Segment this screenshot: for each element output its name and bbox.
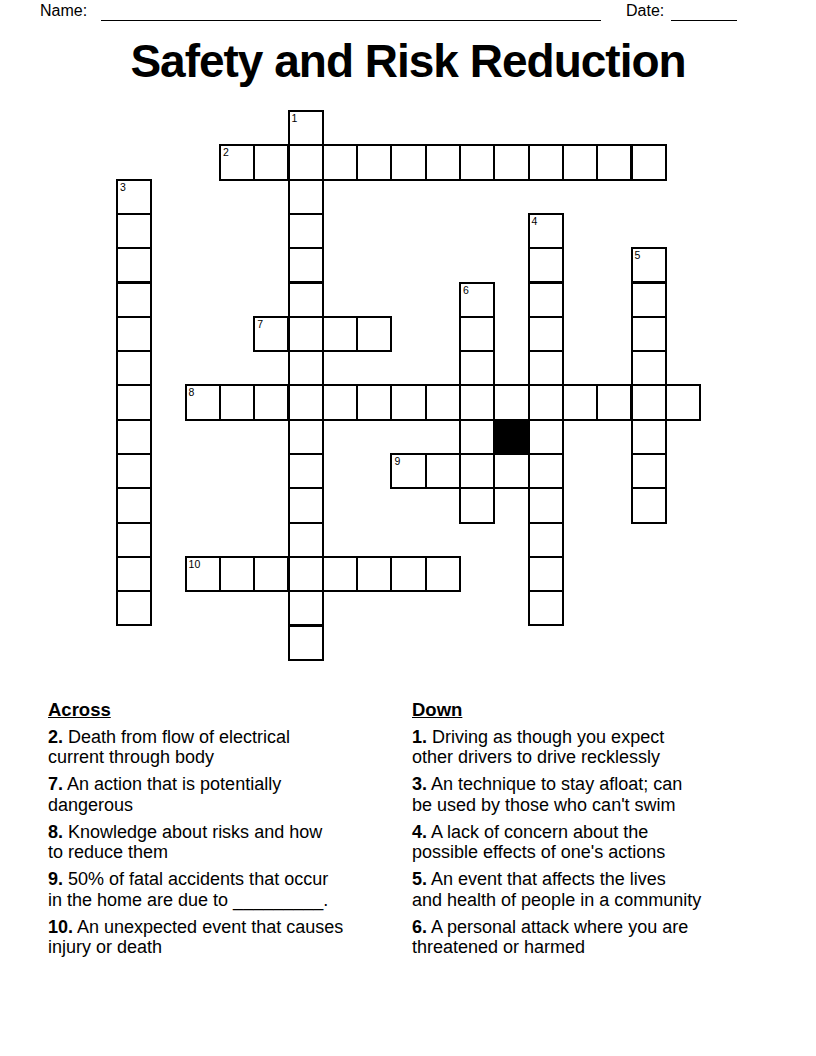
grid-cell[interactable] <box>288 487 324 523</box>
grid-cell[interactable] <box>425 556 461 592</box>
grid-cell[interactable] <box>356 556 392 592</box>
grid-cell[interactable] <box>288 625 324 661</box>
grid-cell[interactable] <box>116 316 152 352</box>
grid-cell[interactable]: 9 <box>390 453 426 489</box>
grid-cell[interactable] <box>116 556 152 592</box>
grid-cell[interactable] <box>116 419 152 455</box>
clue-item: 2. Death from flow of electrical current… <box>48 727 400 768</box>
grid-cell[interactable] <box>116 350 152 386</box>
grid-cell[interactable] <box>562 384 598 420</box>
grid-cell[interactable]: 10 <box>185 556 221 592</box>
clue-text: 50% of fatal accidents that occur in the… <box>48 869 328 910</box>
grid-cell[interactable] <box>288 282 324 318</box>
clue-text: An unexpected event that causes injury o… <box>48 917 343 958</box>
grid-cell[interactable] <box>528 350 564 386</box>
grid-cell[interactable] <box>459 316 495 352</box>
clue-item: 7. An action that is potentially dangero… <box>48 774 400 815</box>
grid-cell[interactable] <box>493 144 529 180</box>
clue-item: 10. An unexpected event that causes inju… <box>48 917 400 958</box>
clue-text: A lack of concern about the possible eff… <box>412 822 665 863</box>
grid-cell[interactable] <box>288 144 324 180</box>
grid-cell[interactable] <box>493 384 529 420</box>
grid-cell[interactable] <box>288 419 324 455</box>
clue-text: An event that affects the lives and heal… <box>412 869 701 910</box>
grid-cell[interactable] <box>288 522 324 558</box>
down-clues-column: Down 1. Driving as though you expect oth… <box>412 700 792 964</box>
grid-cell[interactable] <box>528 384 564 420</box>
grid-cell[interactable] <box>116 487 152 523</box>
grid-cell[interactable] <box>459 350 495 386</box>
cell-number: 3 <box>120 181 126 193</box>
grid-cell[interactable] <box>288 247 324 283</box>
clue-number: 6. <box>412 917 427 937</box>
cell-number: 2 <box>223 146 229 158</box>
grid-cell[interactable] <box>116 522 152 558</box>
grid-cell[interactable] <box>459 453 495 489</box>
grid-cell[interactable]: 4 <box>528 213 564 249</box>
grid-cell[interactable] <box>356 144 392 180</box>
grid-cell[interactable] <box>322 316 358 352</box>
grid-cell[interactable] <box>116 282 152 318</box>
grid-cell[interactable] <box>116 384 152 420</box>
grid-cell[interactable] <box>425 453 461 489</box>
grid-cell[interactable] <box>528 522 564 558</box>
grid-cell[interactable]: 2 <box>219 144 255 180</box>
cell-number: 6 <box>463 284 469 296</box>
clue-number: 3. <box>412 774 427 794</box>
cell-number: 5 <box>635 249 641 261</box>
grid-cell[interactable] <box>528 453 564 489</box>
clue-item: 1. Driving as though you expect other dr… <box>412 727 792 768</box>
cell-number: 10 <box>189 558 201 570</box>
grid-cell[interactable] <box>631 316 667 352</box>
grid-cell[interactable] <box>288 384 324 420</box>
clue-item: 3. An technique to stay afloat; can be u… <box>412 774 792 815</box>
clue-text: An action that is potentially dangerous <box>48 774 281 815</box>
grid-cell[interactable] <box>253 384 289 420</box>
name-blank-line[interactable] <box>101 19 601 21</box>
grid-cell[interactable] <box>631 384 667 420</box>
grid-cell[interactable]: 6 <box>459 282 495 318</box>
down-heading: Down <box>412 700 792 721</box>
clue-text: A personal attack where you are threaten… <box>412 917 688 958</box>
grid-cell[interactable] <box>459 419 495 455</box>
worksheet-page: Name: Date: Safety and Risk Reduction 12… <box>0 0 816 1056</box>
grid-cell[interactable] <box>288 453 324 489</box>
clue-number: 7. <box>48 774 63 794</box>
grid-cell[interactable] <box>631 453 667 489</box>
grid-cell[interactable]: 1 <box>288 110 324 146</box>
cell-number: 1 <box>292 112 298 124</box>
grid-cell[interactable] <box>322 556 358 592</box>
grid-cell[interactable] <box>322 144 358 180</box>
grid-cell[interactable] <box>596 384 632 420</box>
grid-cell[interactable] <box>253 556 289 592</box>
grid-cell[interactable] <box>493 453 529 489</box>
clue-number: 8. <box>48 822 63 842</box>
cell-number: 8 <box>189 386 195 398</box>
grid-cell[interactable] <box>288 213 324 249</box>
grid-cell[interactable] <box>288 556 324 592</box>
down-clue-list: 1. Driving as though you expect other dr… <box>412 727 792 958</box>
grid-cell[interactable] <box>528 590 564 626</box>
grid-cell[interactable] <box>390 384 426 420</box>
name-label: Name: <box>40 2 87 20</box>
clue-number: 2. <box>48 727 63 747</box>
date-label: Date: <box>626 2 664 20</box>
grid-cell[interactable] <box>288 316 324 352</box>
grid-cell[interactable] <box>425 144 461 180</box>
grid-cell[interactable] <box>390 144 426 180</box>
date-blank-line[interactable] <box>671 19 737 21</box>
clue-number: 10. <box>48 917 73 937</box>
clue-number: 9. <box>48 869 63 889</box>
crossword-grid: 12345678910 <box>116 110 702 662</box>
grid-cell[interactable] <box>528 419 564 455</box>
clue-item: 4. A lack of concern about the possible … <box>412 822 792 863</box>
grid-cell[interactable] <box>631 144 667 180</box>
grid-cell[interactable] <box>425 384 461 420</box>
grid-cell[interactable] <box>528 144 564 180</box>
grid-cell[interactable] <box>528 282 564 318</box>
grid-cell[interactable] <box>528 316 564 352</box>
grid-cell[interactable] <box>631 350 667 386</box>
cell-number: 4 <box>532 215 538 227</box>
grid-cell[interactable] <box>356 384 392 420</box>
page-title: Safety and Risk Reduction <box>0 34 816 88</box>
grid-cell[interactable] <box>528 247 564 283</box>
cell-number: 9 <box>394 455 400 467</box>
grid-cell[interactable] <box>390 556 426 592</box>
clue-number: 5. <box>412 869 427 889</box>
grid-cell[interactable]: 3 <box>116 179 152 215</box>
clue-text: Death from flow of electrical current th… <box>48 727 290 768</box>
grid-cell[interactable] <box>116 213 152 249</box>
clue-text: Knowledge about risks and how to reduce … <box>48 822 322 863</box>
grid-cell[interactable] <box>116 453 152 489</box>
grid-cell[interactable] <box>322 384 358 420</box>
grid-cell[interactable] <box>459 487 495 523</box>
grid-cell[interactable] <box>116 247 152 283</box>
clue-item: 9. 50% of fatal accidents that occur in … <box>48 869 400 910</box>
grid-cell[interactable] <box>631 419 667 455</box>
grid-cell[interactable] <box>528 487 564 523</box>
grid-cell[interactable] <box>665 384 701 420</box>
grid-cell[interactable] <box>253 144 289 180</box>
grid-cell[interactable] <box>631 282 667 318</box>
grid-cell[interactable]: 5 <box>631 247 667 283</box>
grid-cell[interactable] <box>528 556 564 592</box>
clue-text: Driving as though you expect other drive… <box>412 727 664 768</box>
clue-item: 8. Knowledge about risks and how to redu… <box>48 822 400 863</box>
grid-cell[interactable] <box>219 556 255 592</box>
grid-cell[interactable] <box>219 384 255 420</box>
grid-cell[interactable] <box>288 590 324 626</box>
grid-cell[interactable] <box>596 144 632 180</box>
grid-cell[interactable]: 8 <box>185 384 221 420</box>
grid-cell[interactable] <box>356 316 392 352</box>
clue-item: 6. A personal attack where you are threa… <box>412 917 792 958</box>
grid-cell[interactable] <box>562 144 598 180</box>
grid-cell[interactable] <box>116 590 152 626</box>
grid-cell[interactable] <box>288 179 324 215</box>
across-clue-list: 2. Death from flow of electrical current… <box>48 727 400 958</box>
clue-number: 4. <box>412 822 427 842</box>
across-clues-column: Across 2. Death from flow of electrical … <box>48 700 400 964</box>
clue-item: 5. An event that affects the lives and h… <box>412 869 792 910</box>
black-cell <box>493 419 529 455</box>
across-heading: Across <box>48 700 400 721</box>
grid-cell[interactable] <box>459 384 495 420</box>
grid-cell[interactable] <box>631 487 667 523</box>
clue-number: 1. <box>412 727 427 747</box>
cell-number: 7 <box>257 318 263 330</box>
grid-cell[interactable] <box>459 144 495 180</box>
grid-cell[interactable] <box>288 350 324 386</box>
clue-text: An technique to stay afloat; can be used… <box>412 774 682 815</box>
grid-cell[interactable]: 7 <box>253 316 289 352</box>
